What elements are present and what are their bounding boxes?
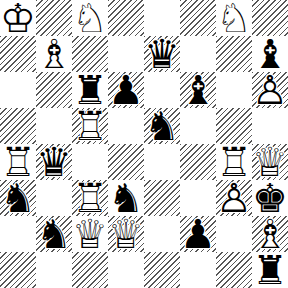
white-rook-icon[interactable]: ♜♖ xyxy=(72,108,108,144)
square-b4[interactable]: ♛ xyxy=(36,144,72,180)
square-d1[interactable] xyxy=(108,252,144,288)
square-b1[interactable] xyxy=(36,252,72,288)
square-a3[interactable]: ♞ xyxy=(0,180,36,216)
square-e5[interactable]: ♞ xyxy=(144,108,180,144)
white-knight-icon[interactable]: ♞♘ xyxy=(72,0,108,36)
square-g8[interactable]: ♞♘ xyxy=(216,0,252,36)
black-knight-icon-glyph: ♞ xyxy=(36,216,72,252)
black-bishop-icon[interactable]: ♝ xyxy=(180,72,216,108)
square-b6[interactable] xyxy=(36,72,72,108)
square-e1[interactable] xyxy=(144,252,180,288)
white-queen-icon[interactable]: ♛♕ xyxy=(108,216,144,252)
black-bishop-icon-glyph: ♝ xyxy=(180,72,216,108)
square-a1[interactable] xyxy=(0,252,36,288)
chess-board: ♚♔♞♘♞♘♝♗♛♝♜♟♝♟♙♜♖♞♜♖♛♜♖♛♕♞♜♖♞♟♙♚♞♛♕♛♕♟♝♗… xyxy=(0,0,288,288)
square-h6[interactable]: ♟♙ xyxy=(252,72,288,108)
square-d2[interactable]: ♛♕ xyxy=(108,216,144,252)
black-knight-icon-glyph: ♞ xyxy=(0,180,36,216)
black-knight-icon[interactable]: ♞ xyxy=(36,216,72,252)
white-knight-icon-outline: ♘ xyxy=(216,0,252,36)
square-b2[interactable]: ♞ xyxy=(36,216,72,252)
square-d8[interactable] xyxy=(108,0,144,36)
black-pawn-icon-glyph: ♟ xyxy=(108,72,144,108)
white-pawn-icon-outline: ♙ xyxy=(216,180,252,216)
white-king-icon[interactable]: ♚♔ xyxy=(0,0,36,36)
square-g7[interactable] xyxy=(216,36,252,72)
square-g3[interactable]: ♟♙ xyxy=(216,180,252,216)
square-c1[interactable] xyxy=(72,252,108,288)
black-pawn-icon[interactable]: ♟ xyxy=(108,72,144,108)
white-queen-icon-outline: ♕ xyxy=(108,216,144,252)
white-bishop-icon[interactable]: ♝♗ xyxy=(36,36,72,72)
square-c8[interactable]: ♞♘ xyxy=(72,0,108,36)
white-queen-icon[interactable]: ♛♕ xyxy=(72,216,108,252)
black-pawn-icon-glyph: ♟ xyxy=(180,216,216,252)
white-bishop-icon-outline: ♗ xyxy=(36,36,72,72)
square-h1[interactable]: ♜ xyxy=(252,252,288,288)
black-queen-icon-glyph: ♛ xyxy=(36,144,72,180)
white-pawn-icon-outline: ♙ xyxy=(252,72,288,108)
square-f5[interactable] xyxy=(180,108,216,144)
white-knight-icon-outline: ♘ xyxy=(72,0,108,36)
white-knight-icon[interactable]: ♞♘ xyxy=(216,0,252,36)
black-pawn-icon[interactable]: ♟ xyxy=(180,216,216,252)
black-knight-icon[interactable]: ♞ xyxy=(0,180,36,216)
black-queen-icon[interactable]: ♛ xyxy=(144,36,180,72)
square-g1[interactable] xyxy=(216,252,252,288)
square-f4[interactable] xyxy=(180,144,216,180)
square-f8[interactable] xyxy=(180,0,216,36)
black-queen-icon[interactable]: ♛ xyxy=(36,144,72,180)
black-knight-icon-glyph: ♞ xyxy=(144,108,180,144)
square-e3[interactable] xyxy=(144,180,180,216)
square-c5[interactable]: ♜♖ xyxy=(72,108,108,144)
square-a8[interactable]: ♚♔ xyxy=(0,0,36,36)
square-e7[interactable]: ♛ xyxy=(144,36,180,72)
square-d5[interactable] xyxy=(108,108,144,144)
square-d6[interactable]: ♟ xyxy=(108,72,144,108)
white-pawn-icon[interactable]: ♟♙ xyxy=(252,72,288,108)
white-pawn-icon[interactable]: ♟♙ xyxy=(216,180,252,216)
square-f1[interactable] xyxy=(180,252,216,288)
black-rook-icon-glyph: ♜ xyxy=(252,252,288,288)
square-g2[interactable] xyxy=(216,216,252,252)
square-f2[interactable]: ♟ xyxy=(180,216,216,252)
white-queen-icon-outline: ♕ xyxy=(72,216,108,252)
black-queen-icon-glyph: ♛ xyxy=(144,36,180,72)
square-f6[interactable]: ♝ xyxy=(180,72,216,108)
square-a2[interactable] xyxy=(0,216,36,252)
black-knight-icon[interactable]: ♞ xyxy=(144,108,180,144)
square-a6[interactable] xyxy=(0,72,36,108)
white-king-icon-outline: ♔ xyxy=(0,0,36,36)
black-rook-icon[interactable]: ♜ xyxy=(252,252,288,288)
square-c2[interactable]: ♛♕ xyxy=(72,216,108,252)
white-rook-icon-outline: ♖ xyxy=(72,108,108,144)
square-b7[interactable]: ♝♗ xyxy=(36,36,72,72)
square-g6[interactable] xyxy=(216,72,252,108)
square-e2[interactable] xyxy=(144,216,180,252)
square-e4[interactable] xyxy=(144,144,180,180)
square-a7[interactable] xyxy=(0,36,36,72)
